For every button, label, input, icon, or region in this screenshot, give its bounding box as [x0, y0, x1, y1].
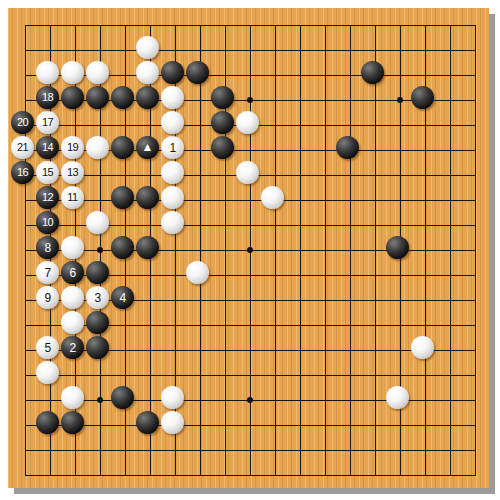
black-stone [61, 86, 84, 109]
star-point [97, 247, 103, 253]
move-number-label: 6 [69, 267, 75, 279]
white-stone [61, 236, 84, 259]
white-stone [161, 211, 184, 234]
black-stone [136, 86, 159, 109]
black-stone-move-14: 14 [36, 136, 59, 159]
triangle-marker-icon: ▲ [142, 141, 154, 153]
white-stone-move-15: 15 [36, 161, 59, 184]
black-stone [86, 336, 109, 359]
white-stone [261, 186, 284, 209]
white-stone [386, 386, 409, 409]
white-stone-move-5: 5 [36, 336, 59, 359]
black-stone [161, 61, 184, 84]
move-number-label: 10 [42, 217, 53, 228]
move-number-label: 20 [17, 117, 28, 128]
white-stone [161, 161, 184, 184]
move-number-label: 2 [69, 342, 75, 354]
white-stone [411, 336, 434, 359]
move-number-label: 21 [17, 142, 28, 153]
white-stone [161, 86, 184, 109]
move-number-label: 16 [17, 167, 28, 178]
black-stone [211, 111, 234, 134]
move-number-label: 1 [169, 142, 175, 154]
white-stone [161, 386, 184, 409]
black-stone [36, 411, 59, 434]
white-stone-move-7: 7 [36, 261, 59, 284]
move-number-label: 17 [42, 117, 53, 128]
black-stone [111, 236, 134, 259]
move-number-label: 18 [42, 92, 53, 103]
white-stone-move-17: 17 [36, 111, 59, 134]
star-point [247, 97, 253, 103]
white-stone [36, 361, 59, 384]
white-stone [161, 186, 184, 209]
black-stone-move-18: 18 [36, 86, 59, 109]
move-number-label: 5 [44, 342, 50, 354]
black-stone [411, 86, 434, 109]
white-stone-move-9: 9 [36, 286, 59, 309]
white-stone-move-1: 1 [161, 136, 184, 159]
star-point [247, 247, 253, 253]
move-number-label: 13 [67, 167, 78, 178]
black-stone-move-12: 12 [36, 186, 59, 209]
white-stone [61, 61, 84, 84]
black-stone [186, 61, 209, 84]
black-stone [111, 186, 134, 209]
black-stone [86, 86, 109, 109]
black-stone [211, 86, 234, 109]
black-stone [136, 186, 159, 209]
white-stone [61, 286, 84, 309]
star-point [97, 397, 103, 403]
black-stone [61, 411, 84, 434]
move-number-label: 12 [42, 192, 53, 203]
black-stone [111, 136, 134, 159]
white-stone [86, 211, 109, 234]
white-stone-move-13: 13 [61, 161, 84, 184]
black-stone-move-16: 16 [11, 161, 34, 184]
black-stone-move-8: 8 [36, 236, 59, 259]
black-stone-move-10: 10 [36, 211, 59, 234]
go-board[interactable]: 123456789101112131415161718192021▲ [8, 8, 489, 488]
black-stone-move-2: 2 [61, 336, 84, 359]
move-number-label: 15 [42, 167, 53, 178]
move-number-label: 7 [44, 267, 50, 279]
black-stone-move-20: 20 [11, 111, 34, 134]
white-stone [186, 261, 209, 284]
white-stone [236, 161, 259, 184]
move-number-label: 4 [119, 292, 125, 304]
white-stone [61, 311, 84, 334]
white-stone-move-3: 3 [86, 286, 109, 309]
move-number-label: 14 [42, 142, 53, 153]
black-stone [361, 61, 384, 84]
star-point [397, 97, 403, 103]
black-stone-move-4: 4 [111, 286, 134, 309]
black-stone-move-6: 6 [61, 261, 84, 284]
black-stone [211, 136, 234, 159]
white-stone [61, 386, 84, 409]
white-stone [136, 61, 159, 84]
move-number-label: 9 [44, 292, 50, 304]
black-stone [136, 236, 159, 259]
move-number-label: 11 [67, 192, 77, 203]
white-stone [86, 61, 109, 84]
move-number-label: 3 [94, 292, 100, 304]
black-stone [386, 236, 409, 259]
black-stone [336, 136, 359, 159]
black-stone [86, 311, 109, 334]
white-stone [136, 36, 159, 59]
white-stone [236, 111, 259, 134]
move-number-label: 19 [67, 142, 78, 153]
black-stone [111, 386, 134, 409]
black-stone [136, 411, 159, 434]
star-point [247, 397, 253, 403]
black-stone [111, 86, 134, 109]
white-stone [86, 136, 109, 159]
white-stone [161, 411, 184, 434]
black-stone [86, 261, 109, 284]
move-number-label: 8 [44, 242, 50, 254]
white-stone-move-21: 21 [11, 136, 34, 159]
white-stone-move-19: 19 [61, 136, 84, 159]
white-stone [36, 61, 59, 84]
black-stone-marked: ▲ [136, 136, 159, 159]
white-stone-move-11: 11 [61, 186, 84, 209]
white-stone [161, 111, 184, 134]
go-diagram-page: 123456789101112131415161718192021▲ [0, 0, 500, 500]
